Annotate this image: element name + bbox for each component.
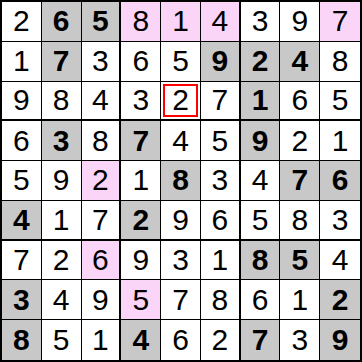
cell-digit: 4	[291, 46, 308, 76]
cell-digit: 8	[252, 245, 269, 275]
cell-digit: 6	[252, 285, 269, 315]
cell-r2c1[interactable]: 1	[2, 42, 42, 82]
cell-r2c2[interactable]: 7	[42, 42, 82, 82]
cell-digit: 4	[92, 85, 109, 115]
cell-digit: 9	[332, 325, 349, 355]
cell-r6c3[interactable]: 7	[82, 201, 122, 241]
cell-r2c9[interactable]: 8	[320, 42, 360, 82]
cell-digit: 1	[13, 46, 30, 76]
cell-digit: 9	[252, 126, 269, 156]
cell-digit: 5	[13, 165, 30, 195]
cell-digit: 5	[252, 205, 269, 235]
cell-digit: 2	[172, 85, 189, 115]
cell-digit: 3	[53, 126, 70, 156]
cell-digit: 1	[211, 245, 228, 275]
cell-r8c1[interactable]: 3	[2, 280, 42, 320]
cell-digit: 8	[92, 126, 109, 156]
cell-digit: 5	[211, 126, 228, 156]
cell-r8c7[interactable]: 6	[241, 280, 281, 320]
cell-r6c8[interactable]: 8	[280, 201, 320, 241]
cell-r2c3[interactable]: 3	[82, 42, 122, 82]
cell-r9c7[interactable]: 7	[241, 320, 281, 360]
cell-digit: 1	[172, 6, 189, 36]
cell-r7c5[interactable]: 3	[161, 241, 201, 281]
cell-digit: 6	[53, 6, 70, 36]
cell-digit: 3	[172, 245, 189, 275]
cell-r5c4[interactable]: 1	[121, 161, 161, 201]
cell-r7c1[interactable]: 7	[2, 241, 42, 281]
cell-r1c2[interactable]: 6	[42, 2, 82, 42]
cell-r6c7[interactable]: 5	[241, 201, 281, 241]
cell-digit: 6	[332, 165, 349, 195]
cell-digit: 3	[132, 85, 149, 115]
cell-r6c2[interactable]: 1	[42, 201, 82, 241]
cell-r4c9[interactable]: 1	[320, 121, 360, 161]
cell-digit: 4	[211, 6, 228, 36]
cell-digit: 7	[291, 165, 308, 195]
cell-digit: 1	[252, 85, 269, 115]
cell-digit: 6	[172, 325, 189, 355]
cell-r1c5[interactable]: 1	[161, 2, 201, 42]
cell-r3c6[interactable]: 7	[201, 82, 241, 122]
cell-r6c4[interactable]: 2	[121, 201, 161, 241]
cell-r9c8[interactable]: 3	[280, 320, 320, 360]
cell-r2c6[interactable]: 9	[201, 42, 241, 82]
cell-r5c8[interactable]: 7	[280, 161, 320, 201]
cell-digit: 5	[53, 325, 70, 355]
cell-r1c3[interactable]: 5	[82, 2, 122, 42]
cell-digit: 5	[332, 85, 349, 115]
cell-r6c6[interactable]: 6	[201, 201, 241, 241]
cell-digit: 6	[132, 46, 149, 76]
cell-r2c7[interactable]: 2	[241, 42, 281, 82]
cell-digit: 5	[132, 285, 149, 315]
cell-r5c5[interactable]: 8	[161, 161, 201, 201]
cell-digit: 2	[332, 285, 349, 315]
cell-digit: 2	[13, 6, 30, 36]
cell-digit: 9	[53, 165, 70, 195]
cell-digit: 4	[252, 165, 269, 195]
cell-digit: 7	[332, 6, 349, 36]
cell-r5c7[interactable]: 4	[241, 161, 281, 201]
cell-r3c5[interactable]: 2	[161, 82, 201, 122]
cell-r4c6[interactable]: 5	[201, 121, 241, 161]
cell-r1c8[interactable]: 9	[280, 2, 320, 42]
cell-digit: 3	[13, 285, 30, 315]
cell-digit: 9	[211, 46, 228, 76]
cell-digit: 6	[13, 126, 30, 156]
cell-digit: 6	[211, 205, 228, 235]
cell-r4c7[interactable]: 9	[241, 121, 281, 161]
cell-r9c5[interactable]: 6	[161, 320, 201, 360]
cell-digit: 3	[211, 165, 228, 195]
cell-r9c9[interactable]: 9	[320, 320, 360, 360]
cell-digit: 4	[53, 285, 70, 315]
cell-r2c4[interactable]: 6	[121, 42, 161, 82]
cell-r7c6[interactable]: 1	[201, 241, 241, 281]
cell-r8c6[interactable]: 8	[201, 280, 241, 320]
cell-r3c7[interactable]: 1	[241, 82, 281, 122]
cell-r4c3[interactable]: 8	[82, 121, 122, 161]
cell-digit: 1	[332, 126, 349, 156]
cell-r5c2[interactable]: 9	[42, 161, 82, 201]
cell-digit: 3	[291, 325, 308, 355]
cell-r4c4[interactable]: 7	[121, 121, 161, 161]
cell-digit: 9	[13, 85, 30, 115]
cell-r7c3[interactable]: 6	[82, 241, 122, 281]
cell-r9c1[interactable]: 8	[2, 320, 42, 360]
cell-r2c8[interactable]: 4	[280, 42, 320, 82]
cell-r4c8[interactable]: 2	[280, 121, 320, 161]
cell-r8c5[interactable]: 7	[161, 280, 201, 320]
cell-digit: 2	[53, 245, 70, 275]
cell-r1c9[interactable]: 7	[320, 2, 360, 42]
cell-digit: 7	[172, 285, 189, 315]
cell-r8c8[interactable]: 1	[280, 280, 320, 320]
cell-digit: 8	[172, 165, 189, 195]
cell-r8c3[interactable]: 9	[82, 280, 122, 320]
cell-digit: 7	[53, 46, 70, 76]
cell-digit: 9	[132, 245, 149, 275]
cell-digit: 7	[132, 126, 149, 156]
cell-r3c8[interactable]: 6	[280, 82, 320, 122]
cell-digit: 2	[252, 46, 269, 76]
cell-r9c6[interactable]: 2	[201, 320, 241, 360]
cell-digit: 8	[332, 46, 349, 76]
cell-digit: 6	[92, 245, 109, 275]
sudoku-board: 2658143971736592489843271656387459215921…	[0, 0, 362, 362]
cell-digit: 7	[13, 245, 30, 275]
cell-digit: 3	[92, 46, 109, 76]
cell-digit: 1	[53, 205, 70, 235]
cell-r7c8[interactable]: 5	[280, 241, 320, 281]
cell-r8c4[interactable]: 5	[121, 280, 161, 320]
cell-r4c5[interactable]: 4	[161, 121, 201, 161]
cell-r3c3[interactable]: 4	[82, 82, 122, 122]
cell-digit: 2	[132, 205, 149, 235]
cell-r4c2[interactable]: 3	[42, 121, 82, 161]
cell-r8c2[interactable]: 4	[42, 280, 82, 320]
cell-r3c4[interactable]: 3	[121, 82, 161, 122]
cell-r1c4[interactable]: 8	[121, 2, 161, 42]
cell-r7c4[interactable]: 9	[121, 241, 161, 281]
cell-r4c1[interactable]: 6	[2, 121, 42, 161]
cell-r3c1[interactable]: 9	[2, 82, 42, 122]
cell-digit: 2	[291, 126, 308, 156]
cell-r7c7[interactable]: 8	[241, 241, 281, 281]
cell-digit: 3	[252, 6, 269, 36]
cell-r6c9[interactable]: 3	[320, 201, 360, 241]
cell-digit: 4	[332, 245, 349, 275]
cell-digit: 8	[132, 6, 149, 36]
cell-digit: 8	[13, 325, 30, 355]
cell-digit: 8	[211, 285, 228, 315]
cell-r5c3[interactable]: 2	[82, 161, 122, 201]
cell-digit: 2	[211, 325, 228, 355]
cell-digit: 9	[291, 6, 308, 36]
cell-digit: 5	[92, 6, 109, 36]
cell-r1c6[interactable]: 4	[201, 2, 241, 42]
cell-digit: 7	[252, 325, 269, 355]
cell-r7c9[interactable]: 4	[320, 241, 360, 281]
cell-digit: 9	[92, 285, 109, 315]
cell-digit: 1	[291, 285, 308, 315]
cell-r7c2[interactable]: 2	[42, 241, 82, 281]
cell-digit: 4	[172, 126, 189, 156]
cell-digit: 7	[211, 85, 228, 115]
cell-r9c4[interactable]: 4	[121, 320, 161, 360]
cell-digit: 8	[53, 85, 70, 115]
cell-r9c3[interactable]: 1	[82, 320, 122, 360]
cell-r5c1[interactable]: 5	[2, 161, 42, 201]
cell-digit: 5	[291, 245, 308, 275]
cell-digit: 6	[291, 85, 308, 115]
cell-digit: 8	[291, 205, 308, 235]
cell-digit: 7	[92, 205, 109, 235]
cell-digit: 5	[172, 46, 189, 76]
cell-r5c9[interactable]: 6	[320, 161, 360, 201]
cell-r3c9[interactable]: 5	[320, 82, 360, 122]
cell-digit: 4	[132, 325, 149, 355]
cell-r5c6[interactable]: 3	[201, 161, 241, 201]
cell-r6c1[interactable]: 4	[2, 201, 42, 241]
cell-digit: 3	[332, 205, 349, 235]
cell-digit: 2	[92, 165, 109, 195]
cell-digit: 9	[172, 205, 189, 235]
cell-r2c5[interactable]: 5	[161, 42, 201, 82]
cell-digit: 1	[132, 165, 149, 195]
cell-r6c5[interactable]: 9	[161, 201, 201, 241]
cell-r3c2[interactable]: 8	[42, 82, 82, 122]
cell-r1c7[interactable]: 3	[241, 2, 281, 42]
cell-digit: 1	[92, 325, 109, 355]
cell-r9c2[interactable]: 5	[42, 320, 82, 360]
cell-digit: 4	[13, 205, 30, 235]
cell-r1c1[interactable]: 2	[2, 2, 42, 42]
cell-r8c9[interactable]: 2	[320, 280, 360, 320]
